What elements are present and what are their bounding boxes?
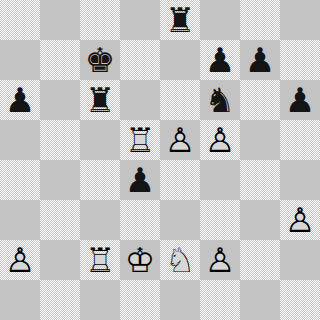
square-e4[interactable] xyxy=(160,160,200,200)
square-d7[interactable] xyxy=(120,40,160,80)
square-c3[interactable] xyxy=(80,200,120,240)
black-piece-glyph: ♚ xyxy=(80,40,120,80)
black-rook[interactable]: ♜ xyxy=(80,80,120,120)
chess-board: ♜♚♟♟♟♜♞♟♜♖♟♙♟♙♟♟♙♟♙♜♖♚♔♞♘♟♙ xyxy=(0,0,320,320)
square-c2[interactable]: ♜♖ xyxy=(80,240,120,280)
white-pawn[interactable]: ♟♙ xyxy=(200,120,240,160)
square-h5[interactable] xyxy=(280,120,320,160)
square-f6[interactable]: ♞ xyxy=(200,80,240,120)
square-g6[interactable] xyxy=(240,80,280,120)
black-piece-glyph: ♜ xyxy=(160,0,200,40)
white-piece-outline: ♖ xyxy=(120,120,160,160)
square-a6[interactable]: ♟ xyxy=(0,80,40,120)
black-piece-glyph: ♜ xyxy=(80,80,120,120)
white-knight[interactable]: ♞♘ xyxy=(160,240,200,280)
square-b2[interactable] xyxy=(40,240,80,280)
black-piece-glyph: ♟ xyxy=(120,160,160,200)
black-piece-glyph: ♟ xyxy=(0,80,40,120)
square-b5[interactable] xyxy=(40,120,80,160)
square-c5[interactable] xyxy=(80,120,120,160)
square-a7[interactable] xyxy=(0,40,40,80)
square-b3[interactable] xyxy=(40,200,80,240)
square-f3[interactable] xyxy=(200,200,240,240)
white-piece-outline: ♖ xyxy=(80,240,120,280)
square-b4[interactable] xyxy=(40,160,80,200)
white-piece-outline: ♙ xyxy=(280,200,320,240)
square-e7[interactable] xyxy=(160,40,200,80)
square-b6[interactable] xyxy=(40,80,80,120)
black-king[interactable]: ♚ xyxy=(80,40,120,80)
black-piece-glyph: ♟ xyxy=(280,80,320,120)
square-c6[interactable]: ♜ xyxy=(80,80,120,120)
square-e5[interactable]: ♟♙ xyxy=(160,120,200,160)
square-f7[interactable]: ♟ xyxy=(200,40,240,80)
square-c4[interactable] xyxy=(80,160,120,200)
square-b1[interactable] xyxy=(40,280,80,320)
square-f1[interactable] xyxy=(200,280,240,320)
square-h3[interactable]: ♟♙ xyxy=(280,200,320,240)
black-piece-glyph: ♟ xyxy=(200,40,240,80)
black-pawn[interactable]: ♟ xyxy=(240,40,280,80)
square-a1[interactable] xyxy=(0,280,40,320)
square-h4[interactable] xyxy=(280,160,320,200)
square-g2[interactable] xyxy=(240,240,280,280)
square-h6[interactable]: ♟ xyxy=(280,80,320,120)
square-g1[interactable] xyxy=(240,280,280,320)
white-piece-outline: ♙ xyxy=(0,240,40,280)
square-a3[interactable] xyxy=(0,200,40,240)
square-d6[interactable] xyxy=(120,80,160,120)
square-h1[interactable] xyxy=(280,280,320,320)
black-pawn[interactable]: ♟ xyxy=(120,160,160,200)
white-pawn[interactable]: ♟♙ xyxy=(200,240,240,280)
square-g3[interactable] xyxy=(240,200,280,240)
square-e3[interactable] xyxy=(160,200,200,240)
square-c7[interactable]: ♚ xyxy=(80,40,120,80)
white-piece-outline: ♙ xyxy=(160,120,200,160)
square-g8[interactable] xyxy=(240,0,280,40)
square-e1[interactable] xyxy=(160,280,200,320)
square-d1[interactable] xyxy=(120,280,160,320)
square-c1[interactable] xyxy=(80,280,120,320)
square-g7[interactable]: ♟ xyxy=(240,40,280,80)
black-pawn[interactable]: ♟ xyxy=(280,80,320,120)
square-e6[interactable] xyxy=(160,80,200,120)
square-a5[interactable] xyxy=(0,120,40,160)
black-knight[interactable]: ♞ xyxy=(200,80,240,120)
square-c8[interactable] xyxy=(80,0,120,40)
white-piece-outline: ♙ xyxy=(200,120,240,160)
square-h8[interactable] xyxy=(280,0,320,40)
white-piece-outline: ♘ xyxy=(160,240,200,280)
square-f5[interactable]: ♟♙ xyxy=(200,120,240,160)
white-rook[interactable]: ♜♖ xyxy=(80,240,120,280)
square-f4[interactable] xyxy=(200,160,240,200)
square-b7[interactable] xyxy=(40,40,80,80)
white-piece-outline: ♔ xyxy=(120,240,160,280)
square-e2[interactable]: ♞♘ xyxy=(160,240,200,280)
square-h7[interactable] xyxy=(280,40,320,80)
white-pawn[interactable]: ♟♙ xyxy=(280,200,320,240)
white-pawn[interactable]: ♟♙ xyxy=(0,240,40,280)
square-d8[interactable] xyxy=(120,0,160,40)
square-d4[interactable]: ♟ xyxy=(120,160,160,200)
black-piece-glyph: ♞ xyxy=(200,80,240,120)
black-pawn[interactable]: ♟ xyxy=(0,80,40,120)
black-pawn[interactable]: ♟ xyxy=(200,40,240,80)
white-rook[interactable]: ♜♖ xyxy=(120,120,160,160)
square-a8[interactable] xyxy=(0,0,40,40)
square-e8[interactable]: ♜ xyxy=(160,0,200,40)
square-g4[interactable] xyxy=(240,160,280,200)
square-d5[interactable]: ♜♖ xyxy=(120,120,160,160)
square-b8[interactable] xyxy=(40,0,80,40)
square-a4[interactable] xyxy=(0,160,40,200)
square-d2[interactable]: ♚♔ xyxy=(120,240,160,280)
white-king[interactable]: ♚♔ xyxy=(120,240,160,280)
square-d3[interactable] xyxy=(120,200,160,240)
square-h2[interactable] xyxy=(280,240,320,280)
white-piece-outline: ♙ xyxy=(200,240,240,280)
square-a2[interactable]: ♟♙ xyxy=(0,240,40,280)
black-piece-glyph: ♟ xyxy=(240,40,280,80)
square-f2[interactable]: ♟♙ xyxy=(200,240,240,280)
black-rook[interactable]: ♜ xyxy=(160,0,200,40)
square-f8[interactable] xyxy=(200,0,240,40)
square-g5[interactable] xyxy=(240,120,280,160)
white-pawn[interactable]: ♟♙ xyxy=(160,120,200,160)
